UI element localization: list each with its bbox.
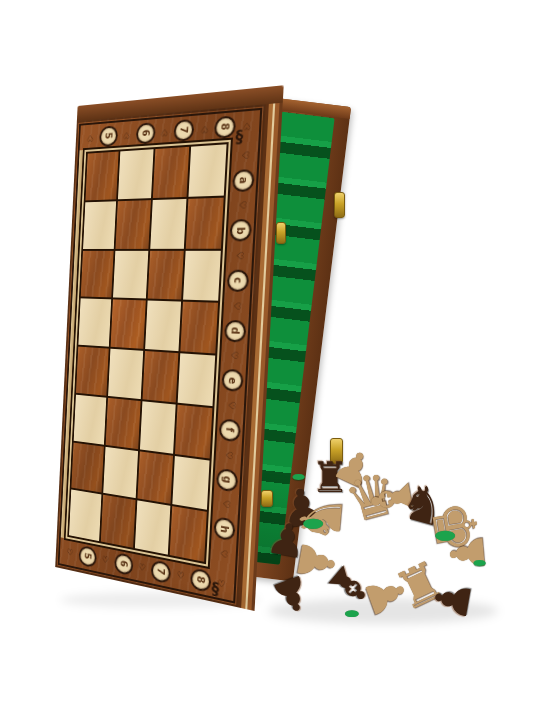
felt-pad: ● [344,608,360,617]
felt-pad: ● [292,473,306,481]
dark-pawn: ♟ [426,575,478,624]
light-pawn: ♟ [443,530,492,575]
chess-pieces-pile: ♜♟♟♟●♞●♛♝♞♚●♟♟♝♟♜♟♟●● [0,0,540,720]
felt-pad: ● [302,516,325,529]
product-photo-scene: § § ♡5♡6♡7♡8♡ ♡a♡b♡c♡d♡e♡f♡g♡h♡ ♡5♡6♡7♡8… [0,0,540,720]
felt-pad: ● [473,559,487,567]
